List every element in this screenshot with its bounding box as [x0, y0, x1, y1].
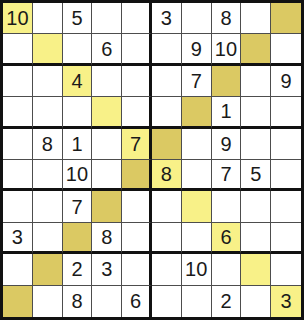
cell-r8c3-empty[interactable] [63, 223, 93, 254]
cell-r2c6-empty[interactable] [152, 34, 182, 65]
cell-r10c3-given[interactable]: 8 [63, 286, 93, 317]
cell-r10c6-empty[interactable] [152, 286, 182, 317]
cell-r3c6-empty[interactable] [152, 66, 182, 97]
cell-r4c1-empty[interactable] [3, 97, 33, 128]
cell-r4c7-empty[interactable] [182, 97, 212, 128]
cell-r9c2-empty[interactable] [33, 254, 63, 285]
cell-r5c6-empty[interactable] [152, 129, 182, 160]
cell-r6c1-empty[interactable] [3, 160, 33, 191]
cell-r9c6-empty[interactable] [152, 254, 182, 285]
cell-r2c4-given[interactable]: 6 [92, 34, 122, 65]
cell-r7c10-empty[interactable] [271, 191, 301, 222]
cell-r5c3-given[interactable]: 1 [63, 129, 93, 160]
cell-r7c2-empty[interactable] [33, 191, 63, 222]
cell-r3c8-empty[interactable] [212, 66, 242, 97]
cell-r10c10-given[interactable]: 3 [271, 286, 301, 317]
cell-r3c3-given[interactable]: 4 [63, 66, 93, 97]
cell-r7c6-empty[interactable] [152, 191, 182, 222]
cell-r8c4-given[interactable]: 8 [92, 223, 122, 254]
cell-r1c1-given[interactable]: 10 [3, 3, 33, 34]
cell-r8c2-empty[interactable] [33, 223, 63, 254]
cell-r7c8-empty[interactable] [212, 191, 242, 222]
cell-r7c4-empty[interactable] [92, 191, 122, 222]
sudoku-board: 1053869104791817910875738623108623 [0, 0, 304, 320]
cell-r3c1-empty[interactable] [3, 66, 33, 97]
cell-r4c2-empty[interactable] [33, 97, 63, 128]
cell-r7c3-given[interactable]: 7 [63, 191, 93, 222]
cell-r5c1-empty[interactable] [3, 129, 33, 160]
cell-r8c1-given[interactable]: 3 [3, 223, 33, 254]
cell-r9c4-given[interactable]: 3 [92, 254, 122, 285]
cell-r7c1-empty[interactable] [3, 191, 33, 222]
cell-r3c10-given[interactable]: 9 [271, 66, 301, 97]
cell-r10c5-given[interactable]: 6 [122, 286, 152, 317]
cell-r1c10-empty[interactable] [271, 3, 301, 34]
cell-r9c9-empty[interactable] [241, 254, 271, 285]
cell-r3c2-empty[interactable] [33, 66, 63, 97]
cell-r4c9-empty[interactable] [241, 97, 271, 128]
cell-r10c7-empty[interactable] [182, 286, 212, 317]
cell-r2c2-empty[interactable] [33, 34, 63, 65]
cell-r3c5-empty[interactable] [122, 66, 152, 97]
cell-r2c7-given[interactable]: 9 [182, 34, 212, 65]
cell-r3c4-empty[interactable] [92, 66, 122, 97]
cell-r3c9-empty[interactable] [241, 66, 271, 97]
cell-r1c5-empty[interactable] [122, 3, 152, 34]
cell-r9c5-empty[interactable] [122, 254, 152, 285]
cell-r6c10-empty[interactable] [271, 160, 301, 191]
cell-r2c8-given[interactable]: 10 [212, 34, 242, 65]
cell-r2c5-empty[interactable] [122, 34, 152, 65]
cell-r10c8-given[interactable]: 2 [212, 286, 242, 317]
cell-r5c2-given[interactable]: 8 [33, 129, 63, 160]
cell-r8c6-empty[interactable] [152, 223, 182, 254]
cell-r5c7-empty[interactable] [182, 129, 212, 160]
cell-r1c9-empty[interactable] [241, 3, 271, 34]
cell-r2c3-empty[interactable] [63, 34, 93, 65]
cell-r2c1-empty[interactable] [3, 34, 33, 65]
cell-r1c3-given[interactable]: 5 [63, 3, 93, 34]
cell-r4c4-empty[interactable] [92, 97, 122, 128]
cell-r8c5-empty[interactable] [122, 223, 152, 254]
cell-r6c9-given[interactable]: 5 [241, 160, 271, 191]
cell-r5c4-empty[interactable] [92, 129, 122, 160]
cell-r2c10-empty[interactable] [271, 34, 301, 65]
cell-r8c8-given[interactable]: 6 [212, 223, 242, 254]
cell-r7c9-empty[interactable] [241, 191, 271, 222]
cell-r9c7-given[interactable]: 10 [182, 254, 212, 285]
cell-r1c7-empty[interactable] [182, 3, 212, 34]
cell-r6c5-empty[interactable] [122, 160, 152, 191]
cell-r3c7-given[interactable]: 7 [182, 66, 212, 97]
cell-r8c9-empty[interactable] [241, 223, 271, 254]
cell-r1c4-empty[interactable] [92, 3, 122, 34]
sudoku-grid: 1053869104791817910875738623108623 [3, 3, 301, 317]
cell-r8c7-empty[interactable] [182, 223, 212, 254]
cell-r5c5-given[interactable]: 7 [122, 129, 152, 160]
cell-r6c3-given[interactable]: 10 [63, 160, 93, 191]
cell-r1c2-empty[interactable] [33, 3, 63, 34]
cell-r9c10-empty[interactable] [271, 254, 301, 285]
cell-r8c10-empty[interactable] [271, 223, 301, 254]
cell-r4c10-empty[interactable] [271, 97, 301, 128]
cell-r6c6-given[interactable]: 8 [152, 160, 182, 191]
cell-r4c8-given[interactable]: 1 [212, 97, 242, 128]
cell-r10c2-empty[interactable] [33, 286, 63, 317]
cell-r4c3-empty[interactable] [63, 97, 93, 128]
cell-r9c8-empty[interactable] [212, 254, 242, 285]
cell-r6c2-empty[interactable] [33, 160, 63, 191]
cell-r5c10-empty[interactable] [271, 129, 301, 160]
cell-r6c8-given[interactable]: 7 [212, 160, 242, 191]
cell-r5c8-given[interactable]: 9 [212, 129, 242, 160]
cell-r7c5-empty[interactable] [122, 191, 152, 222]
cell-r9c3-given[interactable]: 2 [63, 254, 93, 285]
cell-r9c1-empty[interactable] [3, 254, 33, 285]
cell-r5c9-empty[interactable] [241, 129, 271, 160]
cell-r4c5-empty[interactable] [122, 97, 152, 128]
cell-r10c4-empty[interactable] [92, 286, 122, 317]
cell-r1c6-given[interactable]: 3 [152, 3, 182, 34]
cell-r6c4-empty[interactable] [92, 160, 122, 191]
cell-r7c7-empty[interactable] [182, 191, 212, 222]
cell-r1c8-given[interactable]: 8 [212, 3, 242, 34]
cell-r6c7-empty[interactable] [182, 160, 212, 191]
cell-r10c9-empty[interactable] [241, 286, 271, 317]
cell-r2c9-empty[interactable] [241, 34, 271, 65]
cell-r4c6-empty[interactable] [152, 97, 182, 128]
cell-r10c1-empty[interactable] [3, 286, 33, 317]
